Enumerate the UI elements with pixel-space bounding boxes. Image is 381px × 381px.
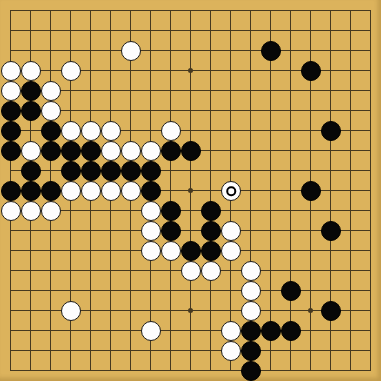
- white-stone: [141, 321, 161, 341]
- white-stone: [101, 141, 121, 161]
- black-stone: [81, 161, 101, 181]
- black-stone: [321, 301, 341, 321]
- black-stone: [121, 161, 141, 181]
- white-stone: [61, 301, 81, 321]
- black-stone: [41, 141, 61, 161]
- white-stone: [81, 181, 101, 201]
- black-stone: [21, 181, 41, 201]
- star-point: [188, 308, 193, 313]
- black-stone: [241, 361, 261, 381]
- white-stone: [141, 141, 161, 161]
- white-stone: [101, 121, 121, 141]
- go-board[interactable]: [0, 0, 381, 381]
- white-stone: [221, 181, 241, 201]
- star-point: [188, 68, 193, 73]
- black-stone: [261, 321, 281, 341]
- black-stone: [301, 181, 321, 201]
- white-stone: [41, 81, 61, 101]
- white-stone: [221, 241, 241, 261]
- black-stone: [1, 141, 21, 161]
- white-stone: [221, 341, 241, 361]
- white-stone: [41, 101, 61, 121]
- black-stone: [241, 321, 261, 341]
- black-stone: [281, 321, 301, 341]
- black-stone: [301, 61, 321, 81]
- black-stone: [61, 141, 81, 161]
- white-stone: [61, 61, 81, 81]
- white-stone: [141, 221, 161, 241]
- white-stone: [21, 201, 41, 221]
- star-point: [188, 188, 193, 193]
- white-stone: [241, 261, 261, 281]
- white-stone: [161, 241, 181, 261]
- black-stone: [181, 141, 201, 161]
- white-stone: [61, 121, 81, 141]
- black-stone: [81, 141, 101, 161]
- black-stone: [61, 161, 81, 181]
- white-stone: [221, 321, 241, 341]
- white-stone: [101, 181, 121, 201]
- black-stone: [181, 241, 201, 261]
- white-stone: [161, 121, 181, 141]
- black-stone: [21, 101, 41, 121]
- black-stone: [141, 181, 161, 201]
- black-stone: [41, 181, 61, 201]
- white-stone: [241, 301, 261, 321]
- black-stone: [161, 141, 181, 161]
- white-stone: [21, 61, 41, 81]
- black-stone: [321, 221, 341, 241]
- black-stone: [21, 161, 41, 181]
- white-stone: [121, 41, 141, 61]
- white-stone: [121, 181, 141, 201]
- white-stone: [181, 261, 201, 281]
- black-stone: [41, 121, 61, 141]
- white-stone: [1, 61, 21, 81]
- white-stone: [241, 281, 261, 301]
- black-stone: [21, 81, 41, 101]
- white-stone: [81, 121, 101, 141]
- black-stone: [1, 121, 21, 141]
- black-stone: [1, 101, 21, 121]
- black-stone: [201, 201, 221, 221]
- star-point: [308, 308, 313, 313]
- black-stone: [281, 281, 301, 301]
- circle-marker: [226, 186, 236, 196]
- white-stone: [1, 81, 21, 101]
- black-stone: [201, 221, 221, 241]
- white-stone: [1, 201, 21, 221]
- white-stone: [141, 201, 161, 221]
- black-stone: [161, 221, 181, 241]
- white-stone: [21, 141, 41, 161]
- black-stone: [1, 181, 21, 201]
- white-stone: [221, 221, 241, 241]
- black-stone: [141, 161, 161, 181]
- white-stone: [121, 141, 141, 161]
- black-stone: [161, 201, 181, 221]
- white-stone: [141, 241, 161, 261]
- black-stone: [241, 341, 261, 361]
- white-stone: [41, 201, 61, 221]
- black-stone: [101, 161, 121, 181]
- white-stone: [61, 181, 81, 201]
- white-stone: [201, 261, 221, 281]
- black-stone: [321, 121, 341, 141]
- black-stone: [201, 241, 221, 261]
- black-stone: [261, 41, 281, 61]
